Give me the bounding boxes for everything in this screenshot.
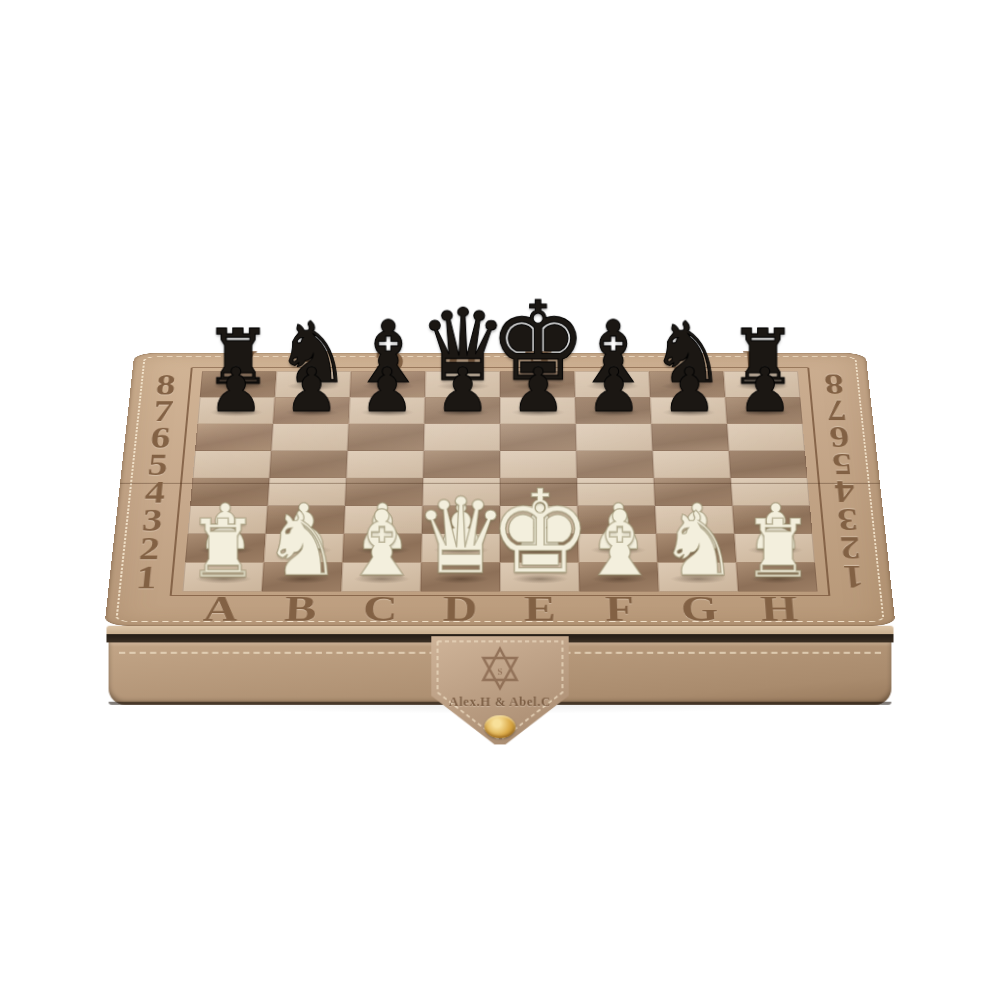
square-a2: ♟ [185,534,266,563]
piece-shadow [510,545,569,555]
piece-shadow [510,574,570,584]
piece-shadow [431,545,490,555]
square-e1: ♚ [500,562,579,591]
square-a5 [193,451,272,478]
piece-shadow [668,574,728,584]
piece-shadow [745,545,805,555]
square-a6 [195,424,273,451]
square-f2: ♟ [578,534,657,563]
box-front: S Alex.H & Abel.C [104,626,895,705]
square-g8: ♞ [649,371,725,397]
square-c5 [346,451,423,478]
square-f7: ♟ [575,397,651,423]
piece-shadow [666,545,726,555]
square-h2: ♟ [734,534,815,563]
square-f3 [577,506,656,534]
square-h7: ♟ [725,397,802,423]
piece-shadow [509,408,566,417]
square-b6 [271,424,348,451]
square-e6 [500,424,576,451]
piece-shadow [735,408,792,417]
square-c2: ♟ [343,534,422,563]
square-f5 [576,451,653,478]
square-e7: ♟ [500,397,576,423]
square-f6 [576,424,653,451]
piece-shadow [274,545,334,555]
square-d6 [424,424,500,451]
square-a1: ♜ [182,562,263,591]
square-b2: ♟ [264,534,344,563]
piece-shadow [358,408,415,417]
piece-shadow [588,545,647,555]
square-d8: ♛ [425,371,500,397]
square-d7: ♟ [424,397,500,423]
square-g3 [655,506,734,534]
piece-shadow [434,408,491,417]
square-g5 [653,451,731,478]
piece-shadow [747,574,807,584]
clasp-tab: S Alex.H & Abel.C [431,636,568,744]
svg-text:S: S [497,666,503,676]
square-e5 [500,451,577,478]
square-h5 [729,451,808,478]
square-d2: ♟ [421,534,500,563]
square-h3 [732,506,812,534]
square-d3 [422,506,500,534]
piece-shadow [589,574,649,584]
square-a8: ♜ [200,371,277,397]
piece-shadow [351,574,411,584]
piece-shadow [660,408,717,417]
brand-text: Alex.H & Abel.C [431,694,568,710]
square-c1: ♝ [341,562,421,591]
square-c3 [344,506,423,534]
square-g6 [651,424,728,451]
square-h6 [727,424,805,451]
square-e2: ♟ [500,534,579,563]
square-c8: ♝ [350,371,426,397]
square-g7: ♟ [650,397,727,423]
square-c7: ♟ [349,397,425,423]
board-surface: ♜♞♝♛♚♝♞♜♟♟♟♟♟♟♟♟♟♟♟♟♟♟♟♟♜♞♝♛♚♝♞♜ 8765432… [104,353,895,626]
square-h8: ♜ [723,371,800,397]
chess-board: ♜♞♝♛♚♝♞♜♟♟♟♟♟♟♟♟♟♟♟♟♟♟♟♟♜♞♝♛♚♝♞♜ [182,371,817,591]
piece-shadow [207,408,264,417]
piece-shadow [431,574,491,584]
square-g2: ♟ [656,534,736,563]
square-d5 [423,451,500,478]
square-h1: ♜ [736,562,817,591]
chess-box: ♜♞♝♛♚♝♞♜♟♟♟♟♟♟♟♟♟♟♟♟♟♟♟♟♜♞♝♛♚♝♞♜ 8765432… [104,353,895,626]
product-photo: ♜♞♝♛♚♝♞♜♟♟♟♟♟♟♟♟♟♟♟♟♟♟♟♟♜♞♝♛♚♝♞♜ 8765432… [0,0,1000,1000]
square-g1: ♞ [657,562,738,591]
piece-shadow [353,545,412,555]
square-b5 [269,451,347,478]
square-b7: ♟ [273,397,350,423]
piece-shadow [195,545,255,555]
square-e8: ♚ [500,371,575,397]
square-a3 [188,506,268,534]
square-e3 [500,506,578,534]
piece-shadow [585,408,642,417]
square-f1: ♝ [579,562,659,591]
black-king-e8: ♚ [489,290,587,394]
scene: ♜♞♝♛♚♝♞♜♟♟♟♟♟♟♟♟♟♟♟♟♟♟♟♟♜♞♝♛♚♝♞♜ 8765432… [120,104,880,864]
square-b1: ♞ [262,562,343,591]
piece-shadow [272,574,332,584]
lid-edge [106,626,893,634]
square-d1: ♛ [421,562,500,591]
square-f8: ♝ [574,371,650,397]
piece-shadow [283,408,340,417]
square-a7: ♟ [197,397,274,423]
snap-button-icon [484,715,515,738]
square-b3 [266,506,345,534]
piece-shadow [193,574,253,584]
square-b8: ♞ [275,371,351,397]
square-c6 [347,424,424,451]
